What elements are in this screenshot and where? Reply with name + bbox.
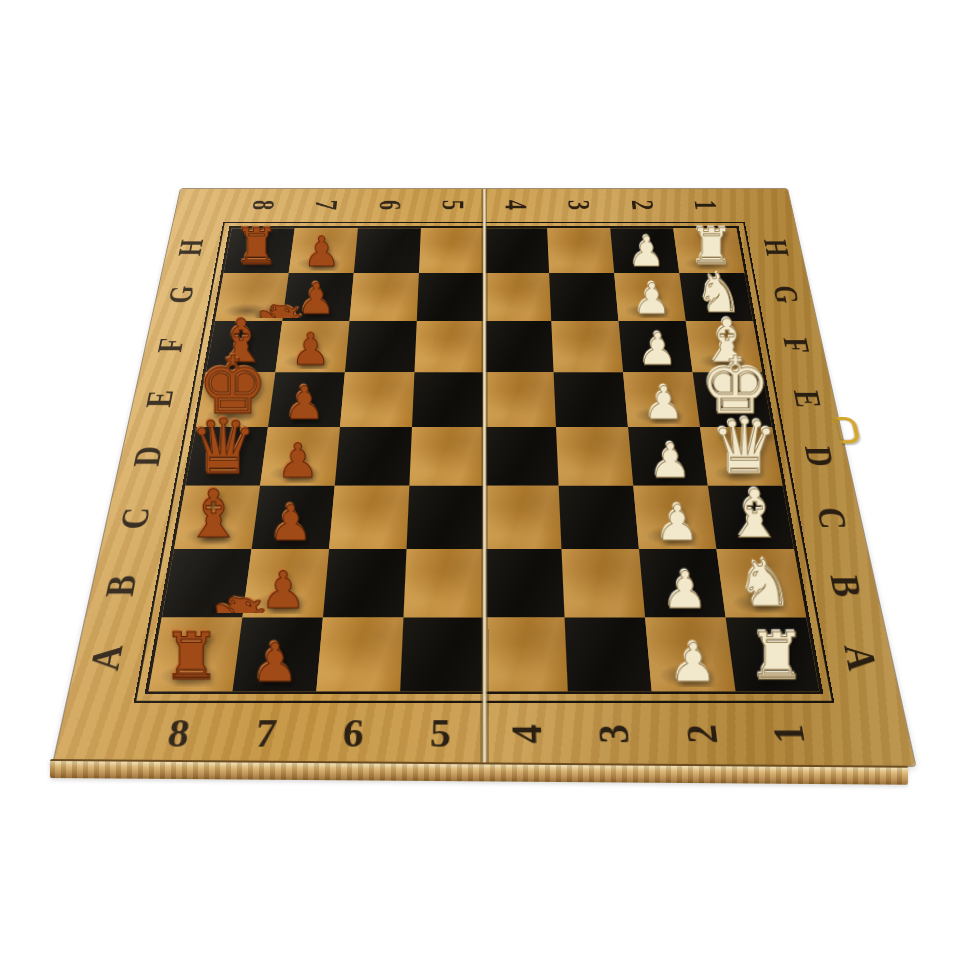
square-a6 [316,617,403,691]
coord-top-5: 5 [431,184,472,226]
square-b5 [403,549,484,617]
photo-background: 87654321 87654321 HGFEDCBA HGFEDCBA ♜♟♟♜… [0,0,960,960]
brown-rook-h8: ♜ [224,222,289,273]
square-a8: ♜ [149,617,243,691]
square-b1: ♞ [716,549,806,617]
square-d6 [335,427,412,486]
square-b6 [323,549,407,617]
cream-pawn-f2: ♟ [623,327,692,371]
coord-bottom-1: 1 [753,694,827,775]
square-e2: ♟ [623,372,700,427]
cream-bishop-c1: ♝ [716,481,793,548]
cream-rook-a1: ♜ [735,624,819,689]
brown-pawn-h7: ♟ [289,231,354,273]
square-h2: ♟ [610,228,679,273]
coord-bottom-8: 8 [130,706,226,762]
cream-pawn-d2: ♟ [633,437,707,485]
square-h3 [547,228,614,273]
brown-pawn-f7: ♟ [276,327,345,371]
cream-queen-d1: ♛ [707,408,781,485]
square-f6 [345,321,417,372]
square-g7: ♟ [282,273,354,321]
cream-pawn-g2: ♟ [618,277,685,320]
brown-pawn-e7: ♟ [268,380,340,426]
brown-pawn-c7: ♟ [252,498,329,547]
square-g3 [549,273,618,321]
coord-left-D: D [106,436,190,478]
square-a1: ♜ [726,617,820,691]
square-c4 [484,486,561,549]
square-e4 [484,372,556,427]
scene: 87654321 87654321 HGFEDCBA HGFEDCBA ♜♟♟♜… [0,0,960,960]
coord-bottom-6: 6 [307,706,398,762]
square-f5 [414,321,484,372]
coord-top-6: 6 [367,184,410,226]
square-g2: ♟ [614,273,686,321]
square-d4 [484,427,559,486]
square-a7: ♟ [232,617,322,691]
square-c7: ♟ [252,486,335,549]
square-g5 [417,273,484,321]
brown-pawn-b7: ♟ [243,564,323,615]
square-b3 [561,549,645,617]
square-f2: ♟ [618,321,692,372]
square-e5 [412,372,484,427]
coord-top-3: 3 [557,184,600,226]
square-a5 [400,617,484,691]
coord-top-2: 2 [619,184,664,226]
coord-bottom-7: 7 [218,706,312,762]
cream-pawn-c2: ♟ [639,498,716,547]
square-f7: ♟ [275,321,349,372]
square-b4 [484,549,565,617]
square-f3 [551,321,623,372]
square-c6 [329,486,409,549]
square-d2: ♟ [628,427,708,486]
square-h4 [484,228,549,273]
square-e3 [554,372,628,427]
square-c1: ♝ [708,486,794,549]
square-a4 [484,617,568,691]
brown-pawn-g7: ♟ [283,277,350,320]
square-h8: ♜ [224,228,295,273]
brown-pawn-a7: ♟ [233,636,317,689]
cream-pawn-a2: ♟ [651,636,735,689]
square-d3 [556,427,633,486]
square-b8: ♞ [162,549,252,617]
coord-top-7: 7 [303,184,348,226]
square-d7: ♟ [260,427,340,486]
coord-top-4: 4 [495,184,536,226]
cream-pawn-h2: ♟ [614,231,679,273]
square-b7: ♟ [242,549,329,617]
chess-board: 87654321 87654321 HGFEDCBA HGFEDCBA ♜♟♟♜… [53,189,915,766]
brown-bishop-c8: ♝ [175,481,252,548]
cream-pawn-e2: ♟ [628,380,700,426]
square-h5 [419,228,484,273]
square-e6 [340,372,414,427]
brown-rook-a8: ♜ [149,624,233,689]
coord-bottom-5: 5 [395,706,484,762]
coord-left-A: A [59,632,155,685]
square-h7: ♟ [289,228,358,273]
square-c3 [559,486,639,549]
square-d5 [409,427,484,486]
brown-pawn-d7: ♟ [261,437,335,485]
square-f4 [484,321,554,372]
cream-pawn-b2: ♟ [645,564,725,615]
cream-knight-b1: ♞ [725,551,805,616]
square-e7: ♟ [268,372,345,427]
square-g4 [484,273,551,321]
square-b2: ♟ [639,549,726,617]
square-g6 [350,273,419,321]
square-a3 [565,617,652,691]
square-h6 [354,228,421,273]
square-c2: ♟ [633,486,716,549]
square-c5 [407,486,484,549]
square-c8: ♝ [174,486,260,549]
brown-queen-d8: ♛ [186,408,260,485]
square-a2: ♟ [645,617,735,691]
